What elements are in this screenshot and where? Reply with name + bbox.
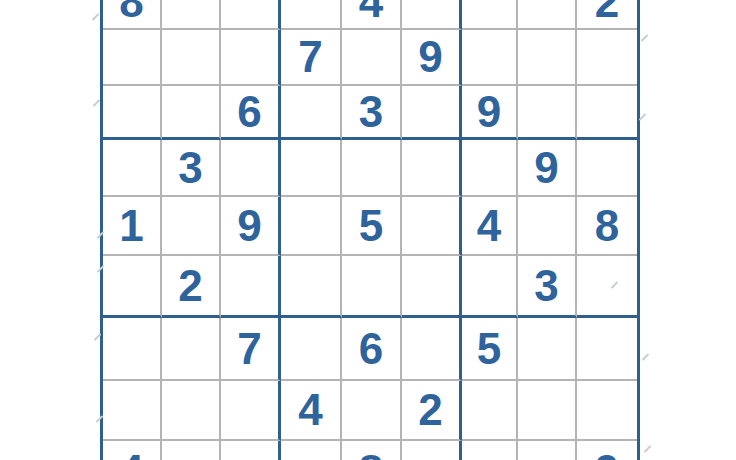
cell-r9c8[interactable] [518, 441, 577, 460]
cell-r7c5[interactable]: 6 [342, 318, 402, 381]
cell-r2c5[interactable] [342, 30, 402, 86]
cell-r3c7[interactable]: 9 [462, 86, 518, 140]
cell-r2c2[interactable] [162, 30, 221, 86]
cell-r7c4[interactable] [281, 318, 342, 381]
cell-r9c3[interactable] [221, 441, 281, 460]
cell-r6c5[interactable] [342, 256, 402, 318]
cell-r8c9[interactable] [577, 381, 637, 441]
cell-r2c6[interactable]: 9 [402, 30, 462, 86]
cell-r9c2[interactable] [162, 441, 221, 460]
cell-r4c7[interactable] [462, 140, 518, 197]
cell-r6c3[interactable] [221, 256, 281, 318]
cell-r5c5[interactable]: 5 [342, 197, 402, 256]
cell-r1c8[interactable] [518, 0, 577, 30]
cell-r3c3[interactable]: 6 [221, 86, 281, 140]
cell-r6c7[interactable] [462, 256, 518, 318]
cell-r3c8[interactable] [518, 86, 577, 140]
cell-r8c6[interactable]: 2 [402, 381, 462, 441]
margin-artifact [641, 34, 649, 42]
cell-r8c8[interactable] [518, 381, 577, 441]
cell-r1c3[interactable] [221, 0, 281, 30]
cell-r9c6[interactable] [402, 441, 462, 460]
margin-artifact [642, 353, 650, 361]
cell-r6c1[interactable] [103, 256, 162, 318]
cell-r1c2[interactable] [162, 0, 221, 30]
cell-r5c6[interactable] [402, 197, 462, 256]
cell-r8c1[interactable] [103, 381, 162, 441]
cell-r1c9[interactable]: 2 [577, 0, 637, 30]
cell-r8c5[interactable] [342, 381, 402, 441]
cell-r7c9[interactable] [577, 318, 637, 381]
cell-r6c6[interactable] [402, 256, 462, 318]
cell-r2c7[interactable] [462, 30, 518, 86]
cell-r9c9[interactable]: 9 [577, 441, 637, 460]
cell-r4c9[interactable] [577, 140, 637, 197]
margin-artifact [644, 445, 652, 453]
cell-r2c3[interactable] [221, 30, 281, 86]
cell-r1c5[interactable]: 4 [342, 0, 402, 30]
cell-r3c6[interactable] [402, 86, 462, 140]
cell-r4c5[interactable] [342, 140, 402, 197]
cell-r3c2[interactable] [162, 86, 221, 140]
cell-r6c9[interactable] [577, 256, 637, 318]
sudoku-board: 8427963939195482376542489 [100, 0, 640, 460]
cell-r8c4[interactable]: 4 [281, 381, 342, 441]
cell-r9c5[interactable]: 8 [342, 441, 402, 460]
cell-r7c2[interactable] [162, 318, 221, 381]
cell-r6c8[interactable]: 3 [518, 256, 577, 318]
cell-r8c2[interactable] [162, 381, 221, 441]
cell-r4c6[interactable] [402, 140, 462, 197]
cell-r6c2[interactable]: 2 [162, 256, 221, 318]
cell-r4c2[interactable]: 3 [162, 140, 221, 197]
cell-r1c6[interactable] [402, 0, 462, 30]
sudoku-page: 8427963939195482376542489 [0, 0, 736, 460]
margin-artifact [92, 13, 100, 21]
cell-r7c7[interactable]: 5 [462, 318, 518, 381]
cell-r7c6[interactable] [402, 318, 462, 381]
cell-r2c8[interactable] [518, 30, 577, 86]
cell-r2c4[interactable]: 7 [281, 30, 342, 86]
cell-r6c4[interactable] [281, 256, 342, 318]
cell-r3c9[interactable] [577, 86, 637, 140]
cell-r5c7[interactable]: 4 [462, 197, 518, 256]
cell-r4c8[interactable]: 9 [518, 140, 577, 197]
cell-r2c9[interactable] [577, 30, 637, 86]
cell-r1c7[interactable] [462, 0, 518, 30]
cell-r7c8[interactable] [518, 318, 577, 381]
cell-r1c1[interactable]: 8 [103, 0, 162, 30]
cell-r4c4[interactable] [281, 140, 342, 197]
cell-r9c7[interactable] [462, 441, 518, 460]
cell-r3c1[interactable] [103, 86, 162, 140]
cell-r5c2[interactable] [162, 197, 221, 256]
cell-r8c3[interactable] [221, 381, 281, 441]
cell-r7c1[interactable] [103, 318, 162, 381]
cell-r5c4[interactable] [281, 197, 342, 256]
cell-r4c3[interactable] [221, 140, 281, 197]
cell-r4c1[interactable] [103, 140, 162, 197]
cell-r3c5[interactable]: 3 [342, 86, 402, 140]
cell-r5c3[interactable]: 9 [221, 197, 281, 256]
cell-r3c4[interactable] [281, 86, 342, 140]
cell-r5c8[interactable] [518, 197, 577, 256]
cell-r7c3[interactable]: 7 [221, 318, 281, 381]
cell-r5c1[interactable]: 1 [103, 197, 162, 256]
cell-r9c1[interactable]: 4 [103, 441, 162, 460]
cell-r2c1[interactable] [103, 30, 162, 86]
cell-r8c7[interactable] [462, 381, 518, 441]
cell-r1c4[interactable] [281, 0, 342, 30]
cell-r5c9[interactable]: 8 [577, 197, 637, 256]
cell-r9c4[interactable] [281, 441, 342, 460]
